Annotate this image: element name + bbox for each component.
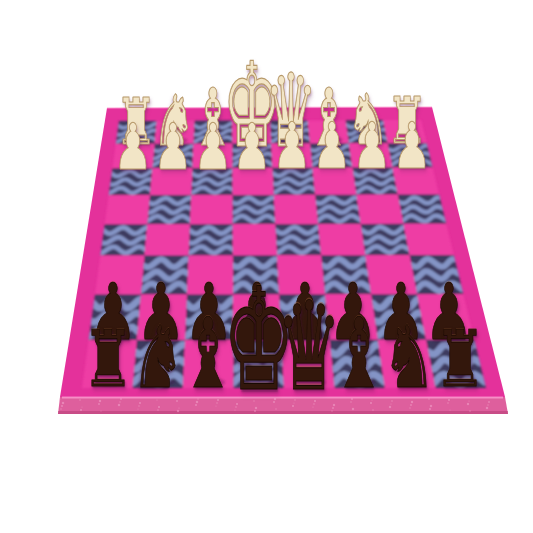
piece-layer: ♜♞♝♚♛♝♞♜♟♟♟♟♟♟♟♟♟♟♟♟♟♟♟♟♜♞♝♚♛♝♞♜ [0,0,533,533]
piece-white-pawn: ♟ [313,114,352,178]
piece-black-knight: ♞ [131,314,185,400]
piece-black-bishop: ♝ [332,306,387,403]
piece-white-pawn: ♟ [353,114,392,178]
photo-canvas: ♜♞♝♚♛♝♞♜♟♟♟♟♟♟♟♟♟♟♟♟♟♟♟♟♜♞♝♚♛♝♞♜ [0,0,533,533]
piece-black-rook: ♜ [434,321,485,399]
piece-black-knight: ♞ [382,314,436,400]
piece-white-pawn: ♟ [273,114,312,178]
piece-white-pawn: ♟ [233,114,272,178]
piece-white-pawn: ♟ [193,114,232,178]
piece-white-pawn: ♟ [392,114,431,178]
piece-white-pawn: ♟ [153,114,192,178]
piece-black-rook: ♜ [82,321,133,399]
piece-white-pawn: ♟ [113,115,152,179]
